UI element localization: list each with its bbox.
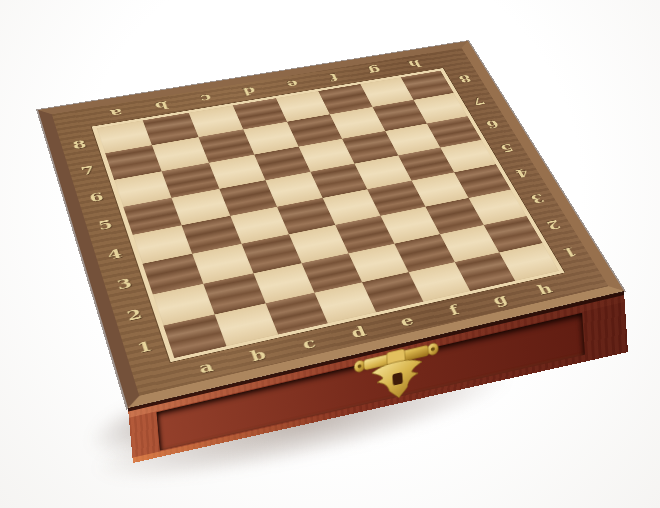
chess-box-product-photo: aabbccddeeffgghh8877665544332211 bbox=[0, 0, 660, 508]
latch-hasp-slot bbox=[392, 372, 403, 386]
